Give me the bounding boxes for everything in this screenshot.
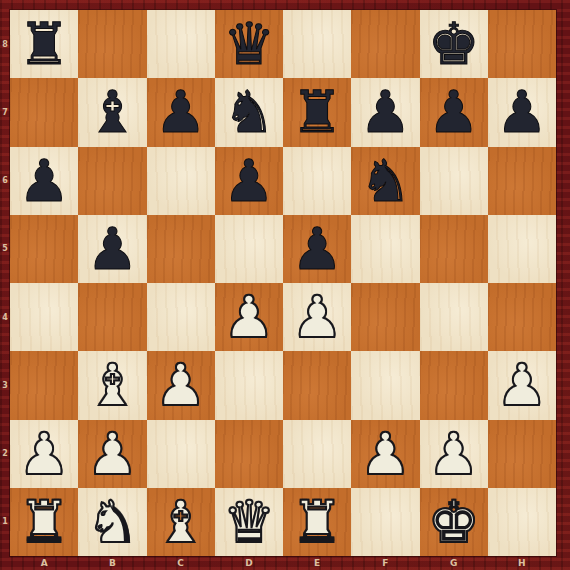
square-a2[interactable]: ♟ [10,420,78,488]
square-c5[interactable] [147,215,215,283]
square-d6[interactable]: ♟ [215,147,283,215]
piece-white-pawn[interactable]: ♟ [428,420,480,488]
piece-white-pawn[interactable]: ♟ [496,351,548,419]
piece-black-rook[interactable]: ♜ [18,10,70,78]
piece-black-pawn[interactable]: ♟ [428,78,480,146]
piece-black-pawn[interactable]: ♟ [155,78,207,146]
piece-white-pawn[interactable]: ♟ [86,420,138,488]
square-d3[interactable] [215,351,283,419]
square-d2[interactable] [215,420,283,488]
square-e4[interactable]: ♟ [283,283,351,351]
square-g5[interactable] [420,215,488,283]
piece-white-pawn[interactable]: ♟ [223,283,275,351]
piece-black-rook[interactable]: ♜ [291,78,343,146]
piece-black-knight[interactable]: ♞ [223,78,275,146]
square-e2[interactable] [283,420,351,488]
square-d4[interactable]: ♟ [215,283,283,351]
square-e5[interactable]: ♟ [283,215,351,283]
board-frame: ♜♛♚♝♟♞♜♟♟♟♟♟♞♟♟♟♟♝♟♟♟♟♟♟♜♞♝♛♜♚ 8 7 6 5 4… [0,0,570,570]
rank-label-6: 6 [0,147,10,215]
square-e6[interactable] [283,147,351,215]
piece-black-queen[interactable]: ♛ [223,10,275,78]
square-h7[interactable]: ♟ [488,78,556,146]
square-g3[interactable] [420,351,488,419]
rank-label-2: 2 [0,420,10,488]
square-e7[interactable]: ♜ [283,78,351,146]
file-label-c: C [147,556,215,570]
square-a5[interactable] [10,215,78,283]
piece-black-king[interactable]: ♚ [428,10,480,78]
square-c4[interactable] [147,283,215,351]
piece-white-bishop[interactable]: ♝ [86,351,138,419]
piece-black-pawn[interactable]: ♟ [496,78,548,146]
file-label-g: G [420,556,488,570]
square-h5[interactable] [488,215,556,283]
square-e1[interactable]: ♜ [283,488,351,556]
file-labels: A B C D E F G H [10,556,556,570]
square-g8[interactable]: ♚ [420,10,488,78]
piece-white-rook[interactable]: ♜ [291,488,343,556]
square-f5[interactable] [351,215,419,283]
square-d8[interactable]: ♛ [215,10,283,78]
rank-label-3: 3 [0,351,10,419]
square-a1[interactable]: ♜ [10,488,78,556]
piece-white-rook[interactable]: ♜ [18,488,70,556]
square-b2[interactable]: ♟ [78,420,146,488]
square-a8[interactable]: ♜ [10,10,78,78]
square-c3[interactable]: ♟ [147,351,215,419]
file-label-e: E [283,556,351,570]
square-g7[interactable]: ♟ [420,78,488,146]
file-label-f: F [351,556,419,570]
square-b4[interactable] [78,283,146,351]
square-c1[interactable]: ♝ [147,488,215,556]
square-d5[interactable] [215,215,283,283]
piece-black-pawn[interactable]: ♟ [86,215,138,283]
file-label-h: H [488,556,556,570]
square-b5[interactable]: ♟ [78,215,146,283]
piece-black-bishop[interactable]: ♝ [86,78,138,146]
square-h3[interactable]: ♟ [488,351,556,419]
square-c8[interactable] [147,10,215,78]
square-f4[interactable] [351,283,419,351]
square-b7[interactable]: ♝ [78,78,146,146]
piece-black-pawn[interactable]: ♟ [18,147,70,215]
square-e8[interactable] [283,10,351,78]
square-h1[interactable] [488,488,556,556]
square-a3[interactable] [10,351,78,419]
piece-white-queen[interactable]: ♛ [223,488,275,556]
square-f1[interactable] [351,488,419,556]
rank-label-8: 8 [0,10,10,78]
file-label-a: A [10,556,78,570]
square-f2[interactable]: ♟ [351,420,419,488]
square-h2[interactable] [488,420,556,488]
square-a7[interactable] [10,78,78,146]
square-b8[interactable] [78,10,146,78]
square-d7[interactable]: ♞ [215,78,283,146]
square-b1[interactable]: ♞ [78,488,146,556]
square-f6[interactable]: ♞ [351,147,419,215]
square-a6[interactable]: ♟ [10,147,78,215]
square-h6[interactable] [488,147,556,215]
piece-black-pawn[interactable]: ♟ [359,78,411,146]
piece-white-pawn[interactable]: ♟ [359,420,411,488]
piece-black-pawn[interactable]: ♟ [291,215,343,283]
square-b3[interactable]: ♝ [78,351,146,419]
piece-black-pawn[interactable]: ♟ [223,147,275,215]
square-f8[interactable] [351,10,419,78]
piece-white-pawn[interactable]: ♟ [18,420,70,488]
square-h8[interactable] [488,10,556,78]
piece-white-pawn[interactable]: ♟ [291,283,343,351]
piece-white-bishop[interactable]: ♝ [155,488,207,556]
square-f3[interactable] [351,351,419,419]
file-label-d: D [215,556,283,570]
square-c7[interactable]: ♟ [147,78,215,146]
piece-white-king[interactable]: ♚ [428,488,480,556]
square-a4[interactable] [10,283,78,351]
piece-white-pawn[interactable]: ♟ [155,351,207,419]
rank-label-4: 4 [0,283,10,351]
square-g6[interactable] [420,147,488,215]
square-c2[interactable] [147,420,215,488]
square-h4[interactable] [488,283,556,351]
square-g1[interactable]: ♚ [420,488,488,556]
rank-label-7: 7 [0,78,10,146]
square-g2[interactable]: ♟ [420,420,488,488]
square-b6[interactable] [78,147,146,215]
square-f7[interactable]: ♟ [351,78,419,146]
piece-white-knight[interactable]: ♞ [86,488,138,556]
rank-labels: 8 7 6 5 4 3 2 1 [0,10,10,556]
piece-black-knight[interactable]: ♞ [359,147,411,215]
square-d1[interactable]: ♛ [215,488,283,556]
rank-label-1: 1 [0,488,10,556]
file-label-b: B [78,556,146,570]
square-c6[interactable] [147,147,215,215]
rank-label-5: 5 [0,215,10,283]
square-g4[interactable] [420,283,488,351]
chess-board: ♜♛♚♝♟♞♜♟♟♟♟♟♞♟♟♟♟♝♟♟♟♟♟♟♜♞♝♛♜♚ [10,10,556,556]
square-e3[interactable] [283,351,351,419]
